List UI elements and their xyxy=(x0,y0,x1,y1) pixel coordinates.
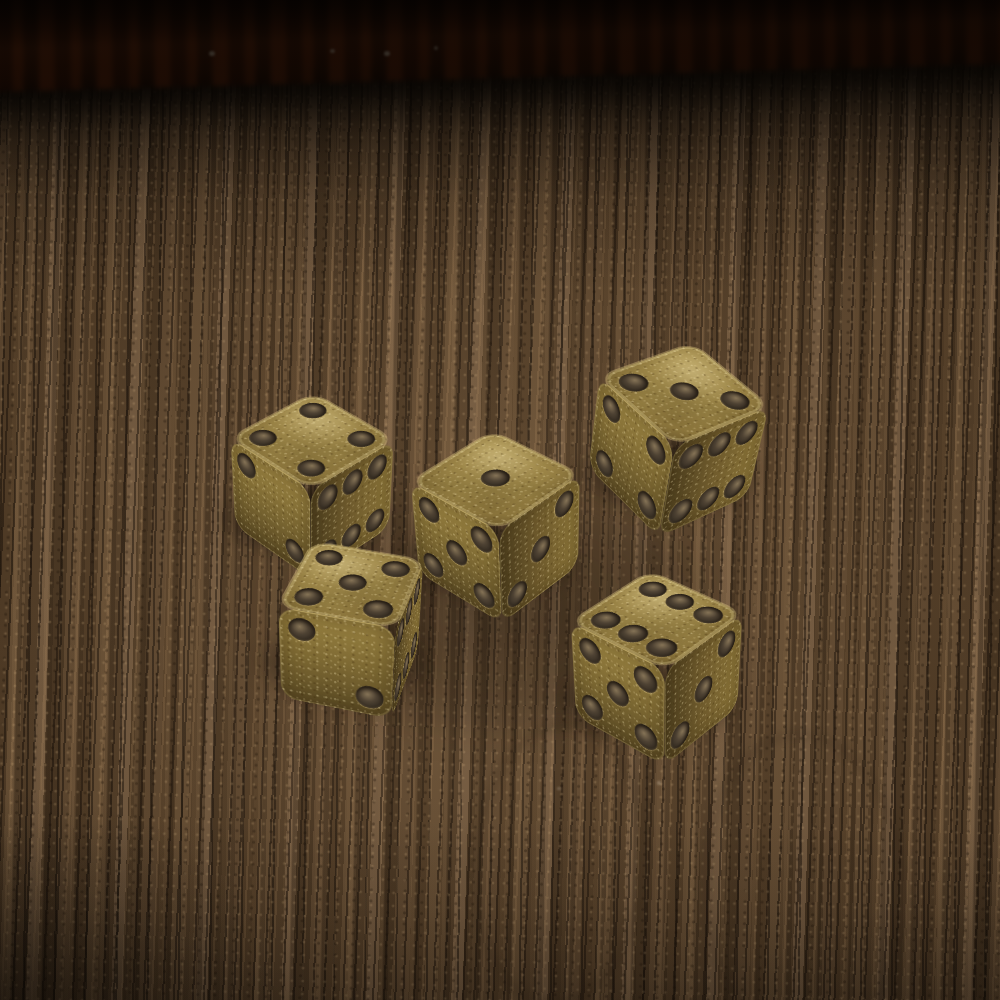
pip xyxy=(607,677,629,712)
pip xyxy=(578,633,601,668)
pip xyxy=(613,371,654,395)
pip xyxy=(531,531,550,567)
pip xyxy=(555,486,574,522)
pip xyxy=(475,466,516,490)
pip xyxy=(634,662,657,698)
pip xyxy=(677,440,704,473)
pip xyxy=(645,430,667,470)
pip xyxy=(288,616,316,644)
pip xyxy=(694,671,713,708)
pip xyxy=(291,456,331,480)
pip xyxy=(715,388,756,413)
pip xyxy=(664,379,705,403)
dice-layer xyxy=(0,0,1000,1000)
pip xyxy=(312,548,346,567)
pip xyxy=(635,720,657,754)
pip xyxy=(367,451,387,485)
pip xyxy=(733,417,760,449)
pip xyxy=(379,559,413,579)
pip xyxy=(640,635,683,660)
pip xyxy=(688,603,729,626)
pip xyxy=(244,427,283,450)
pip xyxy=(507,576,527,612)
pip xyxy=(473,578,495,612)
pip xyxy=(717,625,736,662)
pip xyxy=(581,691,603,724)
pip xyxy=(660,591,700,614)
pip xyxy=(667,496,693,527)
pip xyxy=(601,389,621,428)
pip xyxy=(418,493,440,527)
pip xyxy=(446,536,468,570)
pip xyxy=(706,428,733,460)
pip xyxy=(294,400,332,422)
pip xyxy=(695,483,721,514)
pip xyxy=(237,449,256,483)
pip xyxy=(470,522,493,557)
pip xyxy=(423,549,444,582)
pip xyxy=(343,465,363,499)
pip xyxy=(335,573,370,594)
pip xyxy=(636,486,657,524)
pip xyxy=(341,428,380,451)
photo-stage xyxy=(0,0,1000,1000)
pip xyxy=(671,717,690,754)
pip xyxy=(317,480,338,515)
pip xyxy=(360,598,395,620)
pip xyxy=(356,684,384,710)
pip xyxy=(595,445,614,482)
pip xyxy=(291,586,327,607)
